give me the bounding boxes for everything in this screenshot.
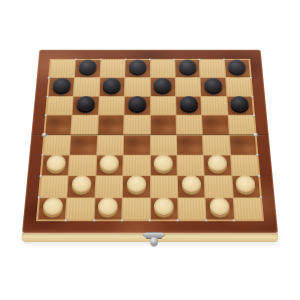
border-pin [173, 58, 176, 60]
square-r7c1 [40, 176, 68, 197]
board-frame [22, 50, 278, 233]
square-r5c3 [97, 135, 123, 154]
black-checker [129, 60, 147, 74]
square-r8c6 [178, 198, 206, 219]
border-pin [204, 219, 207, 222]
white-checker [42, 197, 63, 215]
square-r5c1 [44, 135, 71, 154]
square-r3c5 [150, 97, 175, 115]
black-checker [228, 60, 247, 74]
square-r3c3 [99, 97, 124, 115]
square-r4c6 [176, 116, 202, 135]
square-r7c3 [95, 176, 122, 197]
white-checker [209, 197, 230, 215]
border-pin [256, 154, 259, 156]
square-r2c2 [74, 78, 99, 96]
metal-clasp [142, 229, 166, 249]
square-r1c8 [225, 60, 250, 77]
square-r4c5 [150, 116, 175, 135]
square-r6c1 [42, 155, 69, 175]
square-r5c6 [177, 135, 203, 154]
white-checker [100, 155, 119, 171]
hinge-pin [253, 133, 258, 137]
white-checker [236, 176, 257, 193]
black-checker [230, 96, 249, 111]
square-r8c2 [66, 198, 94, 219]
square-r5c4 [124, 135, 150, 154]
square-r8c3 [94, 198, 122, 219]
square-r2c8 [226, 78, 252, 96]
border-pin [149, 219, 152, 222]
square-r7c7 [205, 176, 233, 197]
square-r4c3 [98, 116, 124, 135]
square-r6c2 [69, 155, 96, 175]
square-r4c8 [228, 116, 255, 135]
square-r1c5 [150, 60, 174, 77]
border-pin [222, 58, 225, 60]
border-pin [258, 174, 261, 177]
square-r6c3 [96, 155, 123, 175]
border-pin [176, 219, 179, 222]
border-pin [259, 196, 262, 199]
white-checker [127, 176, 146, 193]
square-r5c8 [229, 135, 256, 154]
square-r5c7 [203, 135, 230, 154]
square-r6c5 [150, 155, 176, 175]
square-r3c6 [176, 97, 201, 115]
black-checker [204, 77, 223, 91]
square-r2c5 [150, 78, 175, 96]
border-pin [92, 219, 95, 222]
square-r4c7 [202, 116, 228, 135]
square-r3c1 [47, 97, 73, 115]
square-r5c2 [70, 135, 97, 154]
square-r7c4 [123, 176, 150, 197]
border-pin [149, 58, 152, 60]
square-r1c4 [125, 60, 149, 77]
square-r6c6 [177, 155, 204, 175]
square-r8c7 [206, 198, 234, 219]
square-r7c6 [178, 176, 205, 197]
square-r7c2 [68, 176, 96, 197]
white-checker [98, 197, 118, 215]
square-r8c1 [38, 198, 66, 219]
white-checker [207, 155, 227, 171]
black-checker [128, 96, 146, 111]
black-checker [79, 60, 97, 74]
square-r2c6 [176, 78, 201, 96]
square-r6c4 [123, 155, 149, 175]
white-checker [181, 176, 201, 193]
square-r2c3 [99, 78, 124, 96]
checkers-set-photo [0, 0, 300, 300]
border-pin [120, 219, 123, 222]
border-pin [198, 58, 201, 60]
square-r1c7 [200, 60, 225, 77]
square-r4c4 [124, 116, 149, 135]
square-r2c4 [125, 78, 150, 96]
black-checker [76, 96, 95, 111]
square-r2c7 [201, 78, 226, 96]
white-checker [154, 155, 173, 171]
checkers-board [36, 59, 264, 221]
square-r8c5 [150, 198, 177, 219]
black-checker [103, 77, 121, 91]
square-r4c1 [45, 116, 72, 135]
square-r5c5 [150, 135, 176, 154]
square-r3c4 [125, 97, 150, 115]
border-pin [232, 219, 235, 222]
square-r1c1 [50, 60, 75, 77]
border-pin [99, 58, 102, 60]
border-pin [253, 114, 256, 116]
fold-seam [31, 134, 268, 136]
square-r2c1 [49, 78, 75, 96]
white-checker [46, 155, 66, 171]
square-r3c8 [227, 97, 253, 115]
board-perspective-wrap [22, 50, 278, 233]
square-r3c2 [73, 97, 99, 115]
border-pin [64, 219, 67, 222]
square-r3c7 [201, 97, 227, 115]
square-r8c8 [233, 198, 261, 219]
border-pin [124, 58, 127, 60]
clasp-knob [150, 237, 158, 246]
border-pin [251, 95, 254, 97]
square-r1c2 [75, 60, 100, 77]
square-r4c2 [72, 116, 98, 135]
square-r8c4 [122, 198, 149, 219]
black-checker [52, 77, 71, 91]
white-checker [154, 197, 174, 215]
black-checker [179, 96, 198, 111]
square-r7c5 [150, 176, 177, 197]
black-checker [178, 60, 196, 74]
white-checker [71, 176, 91, 193]
square-r1c3 [100, 60, 125, 77]
square-r7c8 [232, 176, 260, 197]
square-r1c6 [175, 60, 200, 77]
border-pin [249, 77, 252, 79]
black-checker [154, 77, 172, 91]
square-r6c7 [204, 155, 231, 175]
square-r6c8 [231, 155, 258, 175]
